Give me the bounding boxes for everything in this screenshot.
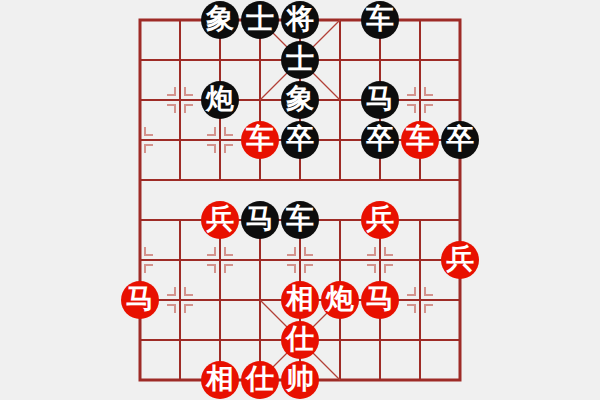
piece-black-advisor[interactable]: 士 [281, 41, 319, 79]
piece-black-general[interactable]: 将 [281, 1, 319, 39]
piece-glyph: 马 [126, 285, 154, 313]
piece-glyph: 相 [206, 365, 234, 393]
piece-glyph: 马 [366, 285, 394, 313]
piece-black-horse[interactable]: 马 [241, 201, 279, 239]
piece-black-elephant[interactable]: 象 [201, 1, 239, 39]
piece-red-elephant[interactable]: 相 [201, 361, 239, 399]
piece-glyph: 炮 [326, 285, 354, 313]
piece-glyph: 士 [286, 45, 314, 73]
piece-glyph: 马 [366, 85, 394, 113]
piece-red-general[interactable]: 帅 [281, 361, 319, 399]
piece-glyph: 兵 [206, 205, 234, 233]
piece-glyph: 炮 [206, 85, 234, 113]
piece-black-cannon[interactable]: 炮 [201, 81, 239, 119]
piece-glyph: 车 [246, 125, 274, 153]
piece-black-horse[interactable]: 马 [361, 81, 399, 119]
piece-glyph: 车 [366, 5, 394, 33]
piece-red-advisor[interactable]: 仕 [241, 361, 279, 399]
piece-red-soldier[interactable]: 兵 [441, 241, 479, 279]
piece-glyph: 卒 [286, 125, 314, 153]
piece-black-advisor[interactable]: 士 [241, 1, 279, 39]
piece-black-chariot[interactable]: 车 [361, 1, 399, 39]
piece-glyph: 车 [286, 205, 314, 233]
piece-red-soldier[interactable]: 兵 [361, 201, 399, 239]
piece-glyph: 卒 [446, 125, 474, 153]
piece-glyph: 象 [206, 5, 234, 33]
piece-red-chariot[interactable]: 车 [401, 121, 439, 159]
piece-glyph: 车 [406, 125, 434, 153]
piece-glyph: 将 [286, 5, 314, 33]
piece-glyph: 卒 [366, 125, 394, 153]
piece-black-soldier[interactable]: 卒 [361, 121, 399, 159]
piece-glyph: 仕 [286, 325, 314, 353]
piece-red-chariot[interactable]: 车 [241, 121, 279, 159]
board-intersections[interactable]: 象士将车士炮象马车卒卒车卒兵马车兵兵马相炮马仕相仕帅 [120, 0, 480, 400]
piece-red-soldier[interactable]: 兵 [201, 201, 239, 239]
piece-red-cannon[interactable]: 炮 [321, 281, 359, 319]
piece-red-elephant[interactable]: 相 [281, 281, 319, 319]
piece-glyph: 仕 [246, 365, 274, 393]
piece-glyph: 马 [246, 205, 274, 233]
piece-glyph: 相 [286, 285, 314, 313]
piece-black-soldier[interactable]: 卒 [281, 121, 319, 159]
piece-red-horse[interactable]: 马 [361, 281, 399, 319]
xiangqi-board: 象士将车士炮象马车卒卒车卒兵马车兵兵马相炮马仕相仕帅 [0, 0, 600, 400]
piece-glyph: 兵 [366, 205, 394, 233]
piece-red-advisor[interactable]: 仕 [281, 321, 319, 359]
piece-black-elephant[interactable]: 象 [281, 81, 319, 119]
piece-black-soldier[interactable]: 卒 [441, 121, 479, 159]
piece-glyph: 帅 [286, 365, 314, 393]
piece-black-chariot[interactable]: 车 [281, 201, 319, 239]
piece-red-horse[interactable]: 马 [121, 281, 159, 319]
piece-glyph: 士 [246, 5, 274, 33]
piece-glyph: 象 [286, 85, 314, 113]
piece-glyph: 兵 [446, 245, 474, 273]
